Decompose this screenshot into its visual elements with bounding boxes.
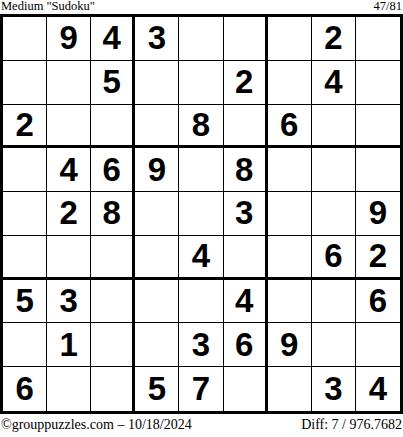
cell-r7c1: 5 xyxy=(3,280,47,324)
cell-r2c5[interactable] xyxy=(179,61,223,105)
cell-r2c3: 5 xyxy=(91,61,135,105)
copyright-credit: ©grouppuzzles.com – 10/18/2024 xyxy=(1,417,192,433)
cell-r7c4[interactable] xyxy=(135,280,179,324)
cell-r4c7[interactable] xyxy=(268,148,312,192)
cell-r3c3[interactable] xyxy=(91,105,135,149)
cell-r9c8: 3 xyxy=(312,367,356,411)
cell-r4c9[interactable] xyxy=(356,148,400,192)
cell-r4c3: 6 xyxy=(91,148,135,192)
cell-r8c6: 6 xyxy=(224,323,268,367)
cell-r1c9[interactable] xyxy=(356,17,400,61)
cell-r9c5: 7 xyxy=(179,367,223,411)
cell-r7c5[interactable] xyxy=(179,280,223,324)
cell-r7c6: 4 xyxy=(224,280,268,324)
cell-r7c8[interactable] xyxy=(312,280,356,324)
cell-r6c3[interactable] xyxy=(91,236,135,280)
cell-r3c2[interactable] xyxy=(47,105,91,149)
cell-r5c5[interactable] xyxy=(179,192,223,236)
cell-r4c1[interactable] xyxy=(3,148,47,192)
cell-r6c4[interactable] xyxy=(135,236,179,280)
cell-r2c6: 2 xyxy=(224,61,268,105)
cell-r1c1[interactable] xyxy=(3,17,47,61)
cell-r1c3: 4 xyxy=(91,17,135,61)
cell-r2c7[interactable] xyxy=(268,61,312,105)
cell-r9c9: 4 xyxy=(356,367,400,411)
cell-r4c5[interactable] xyxy=(179,148,223,192)
cell-r5c8[interactable] xyxy=(312,192,356,236)
cell-r5c7[interactable] xyxy=(268,192,312,236)
cell-r1c7[interactable] xyxy=(268,17,312,61)
cell-r3c5: 8 xyxy=(179,105,223,149)
cell-r7c7[interactable] xyxy=(268,280,312,324)
cell-r6c5: 4 xyxy=(179,236,223,280)
cell-r9c7[interactable] xyxy=(268,367,312,411)
cell-r4c2: 4 xyxy=(47,148,91,192)
page-title: Medium "Sudoku" xyxy=(1,0,95,13)
empty-cell-counter: 47/81 xyxy=(374,0,402,13)
cell-r6c8: 6 xyxy=(312,236,356,280)
cell-r9c4: 5 xyxy=(135,367,179,411)
cell-r8c5: 3 xyxy=(179,323,223,367)
cell-r9c2[interactable] xyxy=(47,367,91,411)
cell-r1c8: 2 xyxy=(312,17,356,61)
cell-r1c4: 3 xyxy=(135,17,179,61)
cell-r3c6[interactable] xyxy=(224,105,268,149)
cell-r1c6[interactable] xyxy=(224,17,268,61)
cell-r6c6[interactable] xyxy=(224,236,268,280)
cell-r2c9[interactable] xyxy=(356,61,400,105)
footer: ©grouppuzzles.com – 10/18/2024 Diff: 7 /… xyxy=(0,414,403,437)
sudoku-page: Medium "Sudoku" 47/81 943252428646982839… xyxy=(0,0,403,437)
cell-r9c3[interactable] xyxy=(91,367,135,411)
cell-r2c4[interactable] xyxy=(135,61,179,105)
cell-r1c5[interactable] xyxy=(179,17,223,61)
cell-r6c7[interactable] xyxy=(268,236,312,280)
cell-r4c4: 9 xyxy=(135,148,179,192)
cell-r6c1[interactable] xyxy=(3,236,47,280)
cell-r3c7: 6 xyxy=(268,105,312,149)
cell-r5c9: 9 xyxy=(356,192,400,236)
cell-r5c3: 8 xyxy=(91,192,135,236)
difficulty-label: Diff: 7 / 976.7682 xyxy=(301,417,402,433)
cell-r2c1[interactable] xyxy=(3,61,47,105)
cell-r8c9[interactable] xyxy=(356,323,400,367)
cell-r1c2: 9 xyxy=(47,17,91,61)
cell-r6c9: 2 xyxy=(356,236,400,280)
cell-r4c8[interactable] xyxy=(312,148,356,192)
cell-r9c1: 6 xyxy=(3,367,47,411)
cell-r8c7: 9 xyxy=(268,323,312,367)
cell-r4c6: 8 xyxy=(224,148,268,192)
cell-r7c3[interactable] xyxy=(91,280,135,324)
cell-r8c4[interactable] xyxy=(135,323,179,367)
cell-r8c3[interactable] xyxy=(91,323,135,367)
header: Medium "Sudoku" 47/81 xyxy=(0,0,403,14)
cell-r5c2: 2 xyxy=(47,192,91,236)
cell-r5c4[interactable] xyxy=(135,192,179,236)
cell-r5c6: 3 xyxy=(224,192,268,236)
cell-r3c8[interactable] xyxy=(312,105,356,149)
cell-r8c1[interactable] xyxy=(3,323,47,367)
cell-r3c4[interactable] xyxy=(135,105,179,149)
cell-r5c1[interactable] xyxy=(3,192,47,236)
cell-r3c9[interactable] xyxy=(356,105,400,149)
cell-r8c2: 1 xyxy=(47,323,91,367)
cell-r2c8: 4 xyxy=(312,61,356,105)
cell-r2c2[interactable] xyxy=(47,61,91,105)
cell-r8c8[interactable] xyxy=(312,323,356,367)
cell-r6c2[interactable] xyxy=(47,236,91,280)
sudoku-board: 9432524286469828394625346136965734 xyxy=(0,14,403,414)
cell-r7c9: 6 xyxy=(356,280,400,324)
cell-r9c6[interactable] xyxy=(224,367,268,411)
cell-r7c2: 3 xyxy=(47,280,91,324)
cell-r3c1: 2 xyxy=(3,105,47,149)
